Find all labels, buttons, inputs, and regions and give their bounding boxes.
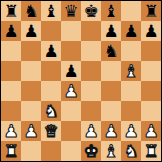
piece-black-rook[interactable]: ♜ bbox=[143, 1, 158, 21]
square-f8[interactable]: ♝ bbox=[101, 1, 121, 21]
piece-white-bishop[interactable]: ♝ bbox=[103, 141, 118, 161]
piece-white-bishop[interactable]: ♝ bbox=[123, 61, 138, 81]
square-a1[interactable]: ♜ bbox=[1, 141, 21, 161]
piece-black-bishop[interactable]: ♝ bbox=[103, 1, 118, 21]
piece-black-queen[interactable]: ♛ bbox=[63, 1, 78, 21]
square-d1[interactable] bbox=[61, 141, 81, 161]
square-e1[interactable]: ♚ bbox=[81, 141, 101, 161]
square-e6[interactable] bbox=[81, 41, 101, 61]
square-e8[interactable]: ♚ bbox=[81, 1, 101, 21]
square-a8[interactable]: ♜ bbox=[1, 1, 21, 21]
piece-white-pawn[interactable]: ♟ bbox=[143, 121, 158, 141]
piece-white-pawn[interactable]: ♟ bbox=[23, 121, 38, 141]
square-c7[interactable] bbox=[41, 21, 61, 41]
piece-white-pawn[interactable]: ♟ bbox=[103, 121, 118, 141]
piece-black-pawn[interactable]: ♟ bbox=[23, 21, 38, 41]
piece-white-pawn[interactable]: ♟ bbox=[123, 121, 138, 141]
square-c5[interactable] bbox=[41, 61, 61, 81]
chess-board[interactable]: ♜♞♝♛♚♝♜♟♟♟♟♟♟♞♟♝♟♞♟♟♛♟♟♟♟♜♚♝♞♜ bbox=[1, 1, 161, 161]
square-b5[interactable] bbox=[21, 61, 41, 81]
square-f6[interactable]: ♞ bbox=[101, 41, 121, 61]
piece-white-knight[interactable]: ♞ bbox=[123, 141, 138, 161]
square-f5[interactable] bbox=[101, 61, 121, 81]
square-h1[interactable]: ♜ bbox=[141, 141, 161, 161]
square-e3[interactable] bbox=[81, 101, 101, 121]
square-e4[interactable] bbox=[81, 81, 101, 101]
square-d2[interactable] bbox=[61, 121, 81, 141]
square-h6[interactable] bbox=[141, 41, 161, 61]
square-d7[interactable] bbox=[61, 21, 81, 41]
square-b7[interactable]: ♟ bbox=[21, 21, 41, 41]
piece-black-knight[interactable]: ♞ bbox=[103, 41, 118, 61]
piece-black-rook[interactable]: ♜ bbox=[3, 1, 18, 21]
piece-black-pawn[interactable]: ♟ bbox=[143, 21, 158, 41]
square-g7[interactable]: ♟ bbox=[121, 21, 141, 41]
square-h4[interactable] bbox=[141, 81, 161, 101]
square-b1[interactable] bbox=[21, 141, 41, 161]
square-d3[interactable] bbox=[61, 101, 81, 121]
square-d6[interactable] bbox=[61, 41, 81, 61]
square-h7[interactable]: ♟ bbox=[141, 21, 161, 41]
square-d4[interactable]: ♟ bbox=[61, 81, 81, 101]
piece-black-pawn[interactable]: ♟ bbox=[103, 21, 118, 41]
piece-white-king[interactable]: ♚ bbox=[83, 141, 98, 161]
piece-white-knight[interactable]: ♞ bbox=[43, 101, 58, 121]
square-a3[interactable] bbox=[1, 101, 21, 121]
square-c3[interactable]: ♞ bbox=[41, 101, 61, 121]
square-b6[interactable] bbox=[21, 41, 41, 61]
square-f3[interactable] bbox=[101, 101, 121, 121]
piece-black-bishop[interactable]: ♝ bbox=[43, 1, 58, 21]
square-c2[interactable]: ♛ bbox=[41, 121, 61, 141]
square-a2[interactable]: ♟ bbox=[1, 121, 21, 141]
piece-black-pawn[interactable]: ♟ bbox=[43, 41, 58, 61]
square-h3[interactable] bbox=[141, 101, 161, 121]
square-f1[interactable]: ♝ bbox=[101, 141, 121, 161]
square-a4[interactable] bbox=[1, 81, 21, 101]
square-c8[interactable]: ♝ bbox=[41, 1, 61, 21]
square-g3[interactable] bbox=[121, 101, 141, 121]
square-a6[interactable] bbox=[1, 41, 21, 61]
square-a7[interactable]: ♟ bbox=[1, 21, 21, 41]
square-b8[interactable]: ♞ bbox=[21, 1, 41, 21]
square-g8[interactable] bbox=[121, 1, 141, 21]
piece-black-pawn[interactable]: ♟ bbox=[63, 61, 78, 81]
square-d8[interactable]: ♛ bbox=[61, 1, 81, 21]
square-h8[interactable]: ♜ bbox=[141, 1, 161, 21]
square-g1[interactable]: ♞ bbox=[121, 141, 141, 161]
piece-black-pawn[interactable]: ♟ bbox=[123, 21, 138, 41]
square-c6[interactable]: ♟ bbox=[41, 41, 61, 61]
square-b2[interactable]: ♟ bbox=[21, 121, 41, 141]
chess-board-frame: ♜♞♝♛♚♝♜♟♟♟♟♟♟♞♟♝♟♞♟♟♛♟♟♟♟♜♚♝♞♜ bbox=[0, 0, 162, 162]
square-g2[interactable]: ♟ bbox=[121, 121, 141, 141]
square-g6[interactable] bbox=[121, 41, 141, 61]
square-b4[interactable] bbox=[21, 81, 41, 101]
square-f7[interactable]: ♟ bbox=[101, 21, 121, 41]
piece-white-pawn[interactable]: ♟ bbox=[3, 121, 18, 141]
piece-black-king[interactable]: ♚ bbox=[83, 1, 98, 21]
square-h2[interactable]: ♟ bbox=[141, 121, 161, 141]
piece-white-rook[interactable]: ♜ bbox=[143, 141, 158, 161]
square-e2[interactable]: ♟ bbox=[81, 121, 101, 141]
piece-white-rook[interactable]: ♜ bbox=[3, 141, 18, 161]
square-d5[interactable]: ♟ bbox=[61, 61, 81, 81]
piece-white-pawn[interactable]: ♟ bbox=[83, 121, 98, 141]
square-g4[interactable] bbox=[121, 81, 141, 101]
square-h5[interactable] bbox=[141, 61, 161, 81]
square-b3[interactable] bbox=[21, 101, 41, 121]
square-e5[interactable] bbox=[81, 61, 101, 81]
square-a5[interactable] bbox=[1, 61, 21, 81]
piece-white-queen[interactable]: ♛ bbox=[43, 121, 58, 141]
square-e7[interactable] bbox=[81, 21, 101, 41]
square-f2[interactable]: ♟ bbox=[101, 121, 121, 141]
square-c1[interactable] bbox=[41, 141, 61, 161]
square-c4[interactable] bbox=[41, 81, 61, 101]
square-f4[interactable] bbox=[101, 81, 121, 101]
piece-white-pawn[interactable]: ♟ bbox=[63, 81, 78, 101]
piece-black-knight[interactable]: ♞ bbox=[23, 1, 38, 21]
piece-black-pawn[interactable]: ♟ bbox=[3, 21, 18, 41]
square-g5[interactable]: ♝ bbox=[121, 61, 141, 81]
